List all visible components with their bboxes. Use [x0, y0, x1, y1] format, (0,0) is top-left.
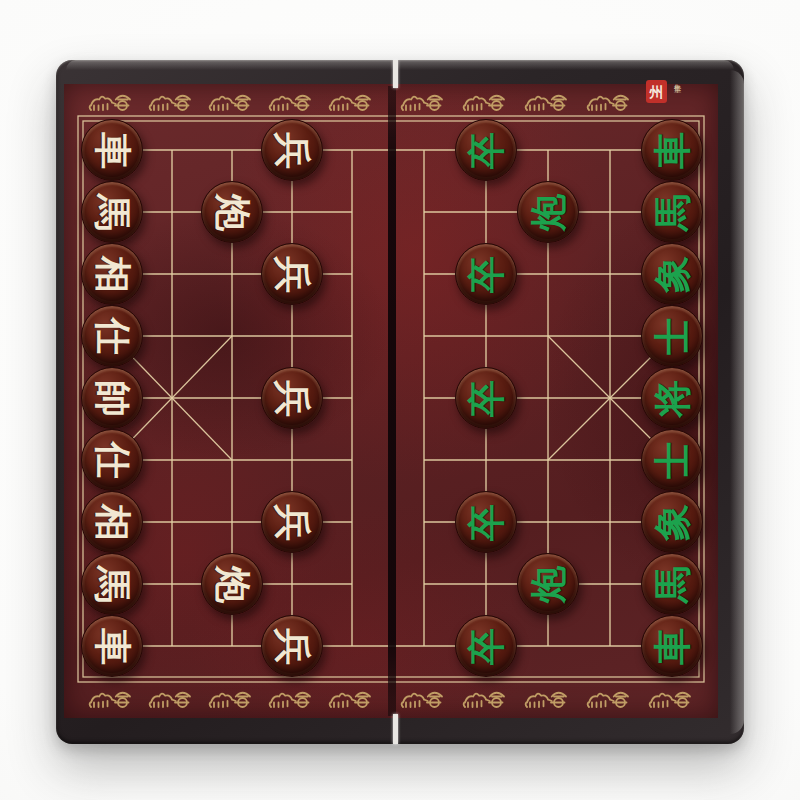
- piece-ivory-soldier[interactable]: 兵: [261, 615, 323, 677]
- chariot-horse-motif: [88, 685, 136, 711]
- piece-glyph: 卒: [468, 132, 505, 169]
- piece-ivory-elephant[interactable]: 相: [81, 243, 143, 305]
- piece-ivory-cannon[interactable]: 炮: [201, 181, 263, 243]
- piece-glyph: 馬: [94, 566, 131, 603]
- piece-green-advisor[interactable]: 士: [641, 305, 703, 367]
- piece-green-horse[interactable]: 馬: [641, 181, 703, 243]
- piece-ivory-horse[interactable]: 馬: [81, 553, 143, 615]
- photo-stage: 州 集仁堂 車馬相仕帥仕相馬車炮炮兵兵兵兵兵車馬象士将士象馬車炮炮卒卒卒卒卒: [0, 0, 800, 800]
- piece-glyph: 馬: [94, 194, 131, 231]
- chariot-horse-motif: [88, 88, 136, 114]
- chariot-horse-motif: [586, 88, 634, 114]
- piece-glyph: 仕: [94, 318, 131, 355]
- fold-seam: [388, 86, 396, 716]
- piece-glyph: 兵: [274, 628, 311, 665]
- case-right-highlight: [730, 70, 744, 734]
- piece-glyph: 兵: [274, 380, 311, 417]
- piece-glyph: 車: [94, 132, 131, 169]
- piece-glyph: 象: [654, 256, 691, 293]
- piece-green-cannon[interactable]: 炮: [517, 181, 579, 243]
- piece-glyph: 象: [654, 504, 691, 541]
- piece-ivory-cannon[interactable]: 炮: [201, 553, 263, 615]
- piece-ivory-soldier[interactable]: 兵: [261, 243, 323, 305]
- piece-green-soldier[interactable]: 卒: [455, 367, 517, 429]
- piece-glyph: 炮: [530, 566, 567, 603]
- chariot-horse-motif: [524, 88, 572, 114]
- chariot-horse-motif: [268, 88, 316, 114]
- piece-green-soldier[interactable]: 卒: [455, 243, 517, 305]
- chariot-horse-motif: [462, 685, 510, 711]
- piece-ivory-soldier[interactable]: 兵: [261, 367, 323, 429]
- piece-glyph: 帥: [94, 380, 131, 417]
- piece-green-soldier[interactable]: 卒: [455, 491, 517, 553]
- chariot-horse-motif: [524, 685, 572, 711]
- piece-ivory-soldier[interactable]: 兵: [261, 491, 323, 553]
- piece-glyph: 兵: [274, 504, 311, 541]
- chariot-horse-motif: [400, 88, 448, 114]
- piece-glyph: 車: [654, 132, 691, 169]
- chariot-horse-motif: [400, 685, 448, 711]
- piece-glyph: 仕: [94, 442, 131, 479]
- piece-ivory-advisor[interactable]: 仕: [81, 305, 143, 367]
- piece-glyph: 馬: [654, 566, 691, 603]
- maker-brand-text: 集仁堂: [671, 78, 680, 108]
- piece-ivory-horse[interactable]: 馬: [81, 181, 143, 243]
- piece-glyph: 将: [654, 380, 691, 417]
- piece-glyph: 兵: [274, 132, 311, 169]
- piece-glyph: 相: [94, 504, 131, 541]
- piece-glyph: 卒: [468, 256, 505, 293]
- piece-glyph: 卒: [468, 504, 505, 541]
- piece-ivory-soldier[interactable]: 兵: [261, 119, 323, 181]
- piece-green-soldier[interactable]: 卒: [455, 615, 517, 677]
- piece-green-elephant[interactable]: 象: [641, 491, 703, 553]
- chariot-horse-motif: [208, 685, 256, 711]
- piece-green-chariot[interactable]: 車: [641, 119, 703, 181]
- fold-gap-top: [393, 60, 398, 88]
- piece-glyph: 車: [94, 628, 131, 665]
- piece-glyph: 炮: [214, 194, 251, 231]
- piece-glyph: 車: [654, 628, 691, 665]
- piece-ivory-chariot[interactable]: 車: [81, 615, 143, 677]
- piece-ivory-chariot[interactable]: 車: [81, 119, 143, 181]
- chariot-horse-motif: [586, 685, 634, 711]
- piece-glyph: 炮: [214, 566, 251, 603]
- chariot-horse-motif: [648, 685, 696, 711]
- chariot-horse-motif: [328, 685, 376, 711]
- piece-green-cannon[interactable]: 炮: [517, 553, 579, 615]
- piece-green-elephant[interactable]: 象: [641, 243, 703, 305]
- piece-glyph: 兵: [274, 256, 311, 293]
- piece-glyph: 卒: [468, 380, 505, 417]
- piece-green-advisor[interactable]: 士: [641, 429, 703, 491]
- case-top-highlight: [66, 60, 734, 70]
- piece-ivory-general[interactable]: 帥: [81, 367, 143, 429]
- piece-glyph: 相: [94, 256, 131, 293]
- chariot-horse-motif: [268, 685, 316, 711]
- chariot-horse-motif: [328, 88, 376, 114]
- piece-ivory-advisor[interactable]: 仕: [81, 429, 143, 491]
- maker-seal: 州: [646, 80, 667, 103]
- fold-gap-bottom: [393, 714, 398, 744]
- piece-green-general[interactable]: 将: [641, 367, 703, 429]
- piece-glyph: 炮: [530, 194, 567, 231]
- chariot-horse-motif: [208, 88, 256, 114]
- piece-green-chariot[interactable]: 車: [641, 615, 703, 677]
- piece-green-soldier[interactable]: 卒: [455, 119, 517, 181]
- chariot-horse-motif: [148, 685, 196, 711]
- piece-green-horse[interactable]: 馬: [641, 553, 703, 615]
- chariot-horse-motif: [148, 88, 196, 114]
- piece-glyph: 馬: [654, 194, 691, 231]
- piece-glyph: 卒: [468, 628, 505, 665]
- piece-glyph: 士: [654, 318, 691, 355]
- piece-glyph: 士: [654, 442, 691, 479]
- chariot-horse-motif: [462, 88, 510, 114]
- piece-ivory-elephant[interactable]: 相: [81, 491, 143, 553]
